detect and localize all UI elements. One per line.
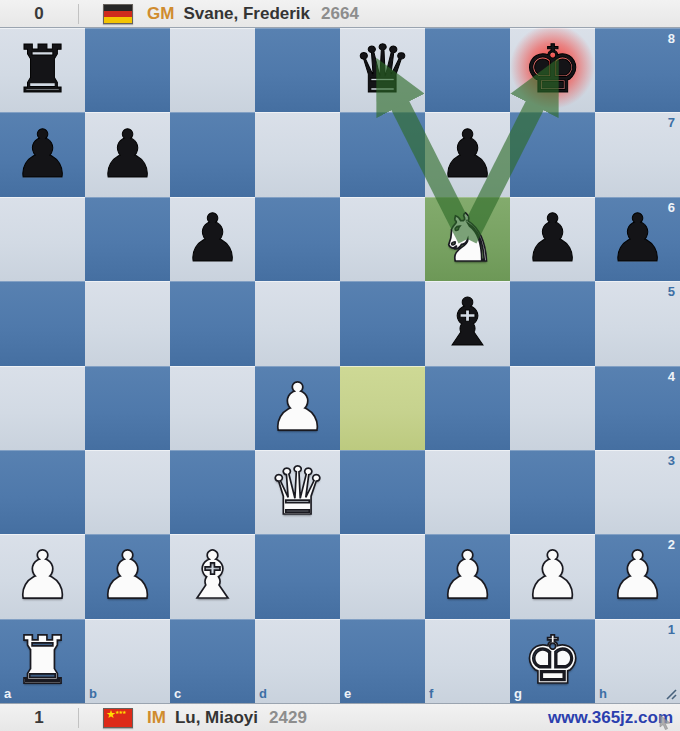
square-d8[interactable] <box>255 28 340 112</box>
square-f8[interactable] <box>425 28 510 112</box>
white-score: 1 <box>0 708 78 728</box>
white-player-title: IM <box>147 708 166 728</box>
square-e1[interactable]: e <box>340 619 425 703</box>
square-g3[interactable] <box>510 450 595 534</box>
square-c7[interactable] <box>170 112 255 196</box>
piece-white-pawn[interactable]: ♟ <box>0 534 85 618</box>
piece-black-rook[interactable]: ♜ <box>0 28 85 112</box>
piece-black-pawn[interactable]: ♟ <box>0 112 85 196</box>
file-label-b: b <box>89 686 97 701</box>
black-player-name: Svane, Frederik <box>183 4 310 24</box>
square-a8[interactable]: ♜ <box>0 28 85 112</box>
square-g5[interactable] <box>510 281 595 365</box>
square-f6[interactable]: ♞ <box>425 197 510 281</box>
square-g4[interactable] <box>510 366 595 450</box>
rank-label-7: 7 <box>668 115 675 130</box>
square-h5[interactable]: 5 <box>595 281 680 365</box>
bottom-player-bar: 1 ★ ★★★ IM Lu, Miaoyi 2429 www.365jz.com <box>0 703 680 731</box>
square-e6[interactable] <box>340 197 425 281</box>
piece-white-pawn[interactable]: ♟ <box>425 534 510 618</box>
square-c4[interactable] <box>170 366 255 450</box>
square-b2[interactable]: ♟ <box>85 534 170 618</box>
square-d6[interactable] <box>255 197 340 281</box>
square-c2[interactable]: ♝ <box>170 534 255 618</box>
square-a3[interactable] <box>0 450 85 534</box>
square-e7[interactable] <box>340 112 425 196</box>
piece-white-bishop[interactable]: ♝ <box>170 534 255 618</box>
black-player-title: GM <box>147 4 174 24</box>
bar-divider <box>78 708 79 728</box>
piece-white-pawn[interactable]: ♟ <box>510 534 595 618</box>
square-f2[interactable]: ♟ <box>425 534 510 618</box>
square-f1[interactable]: f <box>425 619 510 703</box>
resize-handle-icon[interactable] <box>663 686 677 700</box>
square-e5[interactable] <box>340 281 425 365</box>
piece-white-rook[interactable]: ♜ <box>0 619 85 703</box>
square-d5[interactable] <box>255 281 340 365</box>
white-player-name: Lu, Miaoyi <box>175 708 258 728</box>
website-watermark[interactable]: www.365jz.com <box>548 704 672 731</box>
square-a7[interactable]: ♟ <box>0 112 85 196</box>
square-h8[interactable]: 8 <box>595 28 680 112</box>
rank-label-1: 1 <box>668 622 675 637</box>
piece-black-king[interactable]: ♚ <box>510 28 595 112</box>
square-b6[interactable] <box>85 197 170 281</box>
file-label-e: e <box>344 686 351 701</box>
chess-app-window: 0 GM Svane, Frederik 2664 ♜♛♚8♟♟♟7♟♞♟♟6♝… <box>0 0 680 731</box>
piece-black-pawn[interactable]: ♟ <box>510 197 595 281</box>
square-c1[interactable]: c <box>170 619 255 703</box>
square-e8[interactable]: ♛ <box>340 28 425 112</box>
square-b5[interactable] <box>85 281 170 365</box>
square-a1[interactable]: ♜a <box>0 619 85 703</box>
piece-white-queen[interactable]: ♛ <box>255 450 340 534</box>
mouse-cursor-icon <box>659 715 672 730</box>
rank-label-8: 8 <box>668 31 675 46</box>
square-e3[interactable] <box>340 450 425 534</box>
rank-label-5: 5 <box>668 284 675 299</box>
square-c8[interactable] <box>170 28 255 112</box>
square-f3[interactable] <box>425 450 510 534</box>
square-c5[interactable] <box>170 281 255 365</box>
square-c6[interactable]: ♟ <box>170 197 255 281</box>
square-c3[interactable] <box>170 450 255 534</box>
square-e2[interactable] <box>340 534 425 618</box>
bar-divider <box>78 4 79 24</box>
square-d3[interactable]: ♛ <box>255 450 340 534</box>
square-a5[interactable] <box>0 281 85 365</box>
square-d2[interactable] <box>255 534 340 618</box>
piece-white-king[interactable]: ♚ <box>510 619 595 703</box>
square-h3[interactable]: 3 <box>595 450 680 534</box>
square-g1[interactable]: ♚g <box>510 619 595 703</box>
square-h1[interactable]: 1h <box>595 619 680 703</box>
square-g2[interactable]: ♟ <box>510 534 595 618</box>
file-label-g: g <box>514 686 522 701</box>
file-label-f: f <box>429 686 433 701</box>
flag-small-stars-icon: ★★★ <box>115 710 125 715</box>
china-flag-icon: ★ ★★★ <box>103 708 133 728</box>
rank-label-4: 4 <box>668 369 675 384</box>
square-h6[interactable]: ♟6 <box>595 197 680 281</box>
square-d4[interactable]: ♟ <box>255 366 340 450</box>
square-f7[interactable]: ♟ <box>425 112 510 196</box>
square-a4[interactable] <box>0 366 85 450</box>
square-a2[interactable]: ♟ <box>0 534 85 618</box>
piece-black-pawn[interactable]: ♟ <box>170 197 255 281</box>
square-e4[interactable] <box>340 366 425 450</box>
square-g8[interactable]: ♚ <box>510 28 595 112</box>
piece-black-queen[interactable]: ♛ <box>340 28 425 112</box>
file-label-c: c <box>174 686 181 701</box>
file-label-h: h <box>599 686 607 701</box>
board-wrapper: ♜♛♚8♟♟♟7♟♞♟♟6♝5♟4♛3♟♟♝♟♟♟2♜abcdef♚g1h <box>0 28 680 703</box>
piece-black-pawn[interactable]: ♟ <box>425 112 510 196</box>
square-d7[interactable] <box>255 112 340 196</box>
germany-flag-icon <box>103 4 133 24</box>
file-label-a: a <box>4 686 11 701</box>
square-b1[interactable]: b <box>85 619 170 703</box>
piece-black-pawn[interactable]: ♟ <box>85 112 170 196</box>
square-f4[interactable] <box>425 366 510 450</box>
piece-white-knight[interactable]: ♞ <box>425 197 510 281</box>
square-b4[interactable] <box>85 366 170 450</box>
white-player-rating: 2429 <box>269 708 307 728</box>
black-player-rating: 2664 <box>321 4 359 24</box>
square-g7[interactable] <box>510 112 595 196</box>
piece-black-bishop[interactable]: ♝ <box>425 281 510 365</box>
piece-white-pawn[interactable]: ♟ <box>85 534 170 618</box>
square-a6[interactable] <box>0 197 85 281</box>
file-label-d: d <box>259 686 267 701</box>
square-b3[interactable] <box>85 450 170 534</box>
top-player-bar: 0 GM Svane, Frederik 2664 <box>0 0 680 28</box>
square-h4[interactable]: 4 <box>595 366 680 450</box>
black-score: 0 <box>0 4 78 24</box>
rank-label-3: 3 <box>668 453 675 468</box>
square-d1[interactable]: d <box>255 619 340 703</box>
rank-label-6: 6 <box>668 200 675 215</box>
square-f5[interactable]: ♝ <box>425 281 510 365</box>
square-b7[interactable]: ♟ <box>85 112 170 196</box>
rank-label-2: 2 <box>668 537 675 552</box>
chess-board[interactable]: ♜♛♚8♟♟♟7♟♞♟♟6♝5♟4♛3♟♟♝♟♟♟2♜abcdef♚g1h <box>0 28 680 703</box>
watermark-text[interactable]: www.365jz.com <box>548 708 673 728</box>
square-g6[interactable]: ♟ <box>510 197 595 281</box>
square-b8[interactable] <box>85 28 170 112</box>
square-h7[interactable]: 7 <box>595 112 680 196</box>
piece-white-pawn[interactable]: ♟ <box>255 366 340 450</box>
square-h2[interactable]: ♟2 <box>595 534 680 618</box>
